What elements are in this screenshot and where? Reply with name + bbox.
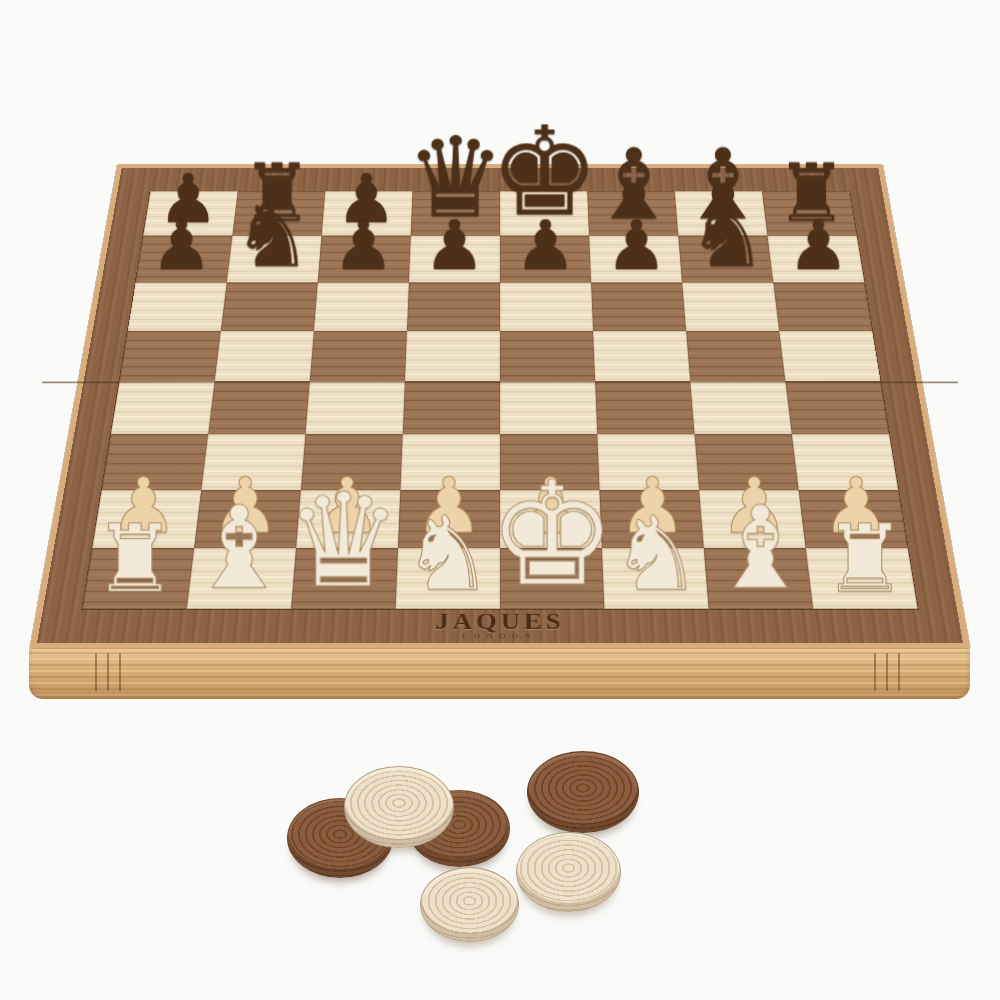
light-rook-h1: ♜ [823, 512, 907, 605]
square-a7: ♟ [136, 236, 233, 282]
dark-king-e8: ♚ [490, 111, 600, 234]
light-rook-a1: ♜ [93, 512, 177, 605]
square-g3 [695, 434, 799, 489]
cream-draughts-piece-5 [516, 832, 621, 912]
square-h8: ♜ [762, 191, 857, 236]
square-f4 [595, 381, 694, 434]
square-a3 [102, 434, 208, 489]
board-front-edge [29, 646, 970, 699]
square-f5 [593, 331, 690, 382]
square-b4 [208, 381, 310, 434]
logo-text-sub: LONDON [37, 634, 963, 642]
square-b2: ♟ [194, 490, 301, 548]
square-e8: ♚ [500, 191, 589, 236]
dark-queen-d8: ♛ [406, 122, 505, 233]
logo-text-main: JAQUES [39, 611, 962, 634]
square-e2: ♟ [500, 490, 602, 548]
hinge-groove-right [872, 653, 906, 691]
square-h5 [779, 331, 880, 382]
square-d2: ♟ [398, 490, 500, 548]
product-photo-scene: ♟♜♟♛♚♝♝♜♟♞♟♟♟♟♞♟♟♟♟♟♟♟♟♟♜♝♛♞♚♞♝♜ JAQUES … [0, 0, 1000, 1000]
square-e3 [500, 434, 600, 489]
square-c2: ♟ [296, 490, 400, 548]
cream-draughts-piece-6 [420, 867, 519, 942]
square-f3 [597, 434, 699, 489]
square-d6 [407, 282, 500, 331]
square-a5 [120, 331, 221, 382]
square-c4 [305, 381, 404, 434]
square-f2: ♟ [600, 490, 704, 548]
dark-rook-h8: ♜ [776, 153, 848, 233]
square-h2: ♟ [799, 490, 908, 548]
dark-pawn-c8: ♟ [336, 166, 396, 233]
square-c5 [310, 331, 407, 382]
square-b3 [201, 434, 305, 489]
square-h4 [785, 381, 889, 434]
square-c7: ♟ [318, 236, 411, 282]
hinge-groove-left [93, 653, 127, 691]
cream-draughts-piece-3 [344, 766, 454, 848]
square-h3 [792, 434, 898, 489]
dark-rook-b8: ♜ [242, 153, 314, 233]
square-e5 [500, 331, 595, 382]
square-d7: ♟ [409, 236, 500, 282]
square-a2: ♟ [92, 490, 201, 548]
square-e4 [500, 381, 597, 434]
square-e6 [500, 282, 593, 331]
square-g4 [690, 381, 792, 434]
square-g7: ♞ [678, 236, 773, 282]
square-f8: ♝ [587, 191, 678, 236]
square-b7: ♞ [227, 236, 322, 282]
square-c3 [301, 434, 403, 489]
board-beech-rim: ♟♜♟♛♚♝♝♜♟♞♟♟♟♟♞♟♟♟♟♟♟♟♟♟♜♝♛♞♚♞♝♜ JAQUES … [30, 164, 970, 648]
square-d1: ♞ [396, 548, 500, 609]
square-g6 [682, 282, 779, 331]
square-b5 [215, 331, 314, 382]
square-e7: ♟ [500, 236, 591, 282]
square-f6 [591, 282, 686, 331]
board-walnut-frame: ♟♜♟♛♚♝♝♜♟♞♟♟♟♟♞♟♟♟♟♟♟♟♟♟♜♝♛♞♚♞♝♜ JAQUES … [37, 168, 963, 643]
square-h7: ♟ [768, 236, 865, 282]
square-g1: ♝ [704, 548, 813, 609]
jaques-logo: JAQUES LONDON [37, 611, 963, 641]
square-d8: ♛ [411, 191, 500, 236]
square-a4 [111, 381, 215, 434]
square-b1: ♝ [187, 548, 296, 609]
board-squares-grid: ♟♜♟♛♚♝♝♜♟♞♟♟♟♟♞♟♟♟♟♟♟♟♟♟♜♝♛♞♚♞♝♜ [82, 191, 917, 609]
square-d5 [405, 331, 500, 382]
square-f7: ♟ [589, 236, 682, 282]
square-e1: ♚ [500, 548, 604, 609]
square-b6 [221, 282, 318, 331]
square-h1: ♜ [806, 548, 918, 609]
dark-pawn-a8: ♟ [158, 166, 218, 233]
board-fold-seam [42, 381, 958, 383]
square-f1: ♞ [602, 548, 709, 609]
square-a1: ♜ [82, 548, 194, 609]
dark-bishop-f8: ♝ [590, 136, 677, 233]
dark-bishop-g8: ♝ [679, 136, 766, 233]
square-h6 [773, 282, 872, 331]
square-g2: ♟ [699, 490, 806, 548]
square-d3 [400, 434, 500, 489]
square-c8: ♟ [322, 191, 413, 236]
square-g5 [686, 331, 785, 382]
chess-board: ♟♜♟♛♚♝♝♜♟♞♟♟♟♟♞♟♟♟♟♟♟♟♟♟♜♝♛♞♚♞♝♜ JAQUES … [30, 164, 970, 648]
square-a6 [128, 282, 227, 331]
square-c6 [314, 282, 409, 331]
square-d4 [403, 381, 500, 434]
square-a8: ♟ [143, 191, 238, 236]
square-c1: ♛ [291, 548, 398, 609]
square-b8: ♜ [232, 191, 325, 236]
brown-draughts-piece-4 [527, 751, 639, 833]
square-g8: ♝ [675, 191, 768, 236]
